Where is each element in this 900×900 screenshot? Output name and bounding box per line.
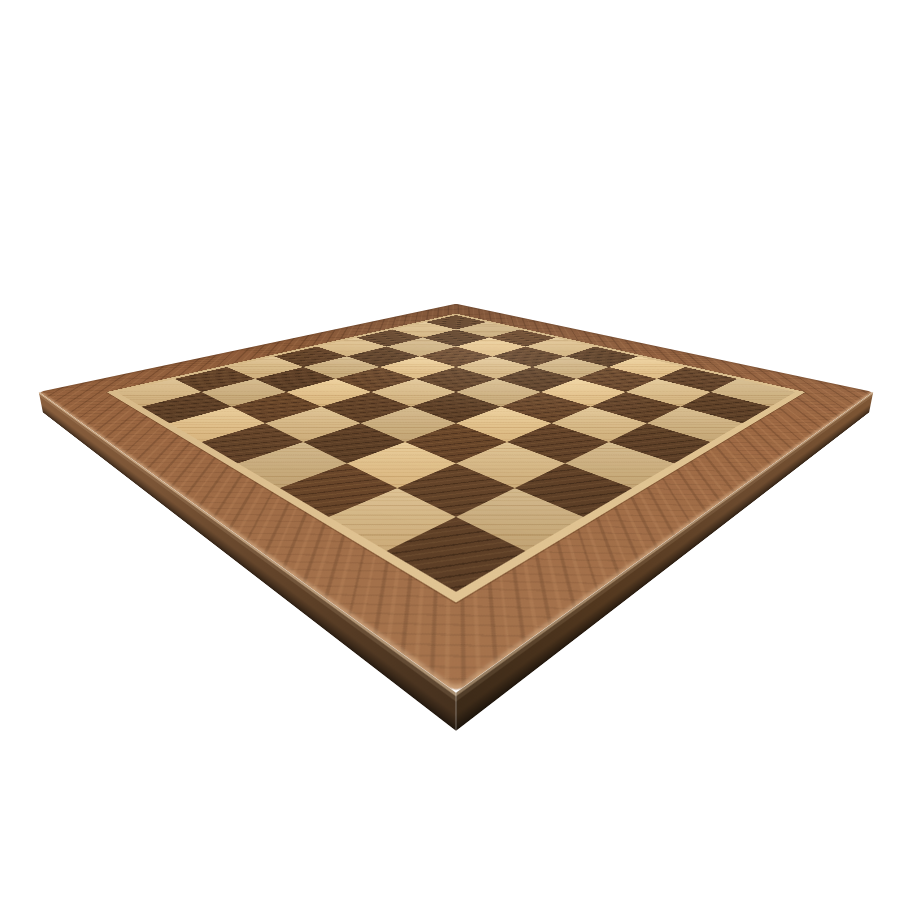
square-r4c5 xyxy=(456,407,551,442)
square-r4c6 xyxy=(507,423,609,463)
square-r6c5 xyxy=(347,442,456,488)
square-r4c7 xyxy=(565,442,674,488)
square-r5c5 xyxy=(405,423,507,463)
square-r6c3 xyxy=(265,407,360,442)
square-r5c4 xyxy=(361,407,456,442)
square-r7c6 xyxy=(329,488,456,551)
square-r2c6 xyxy=(591,392,681,423)
square-r7c4 xyxy=(238,442,347,488)
square-r7c7 xyxy=(387,517,526,592)
chess-board xyxy=(39,304,873,693)
square-r3c6 xyxy=(551,407,646,442)
square-r6c7 xyxy=(456,488,583,551)
square-r5c7 xyxy=(515,463,632,517)
square-r5c3 xyxy=(321,392,411,423)
square-r7c5 xyxy=(280,463,397,517)
square-r4c4 xyxy=(411,392,501,423)
square-r6c4 xyxy=(303,423,405,463)
square-r1c7 xyxy=(681,392,771,423)
square-r2c7 xyxy=(647,407,742,442)
board-scene xyxy=(0,0,900,900)
board-inlay-border xyxy=(107,314,806,603)
square-r6c2 xyxy=(231,392,321,423)
square-r7c3 xyxy=(201,423,303,463)
square-r6c6 xyxy=(397,463,514,517)
square-r5c6 xyxy=(456,442,565,488)
square-r3c7 xyxy=(609,423,711,463)
square-r7c1 xyxy=(142,392,232,423)
square-r7c2 xyxy=(170,407,265,442)
square-r3c5 xyxy=(501,392,591,423)
board-grid xyxy=(117,315,796,592)
